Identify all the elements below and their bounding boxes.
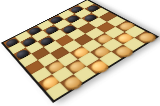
photo-background (0, 0, 160, 106)
checkers-board (1, 0, 159, 103)
